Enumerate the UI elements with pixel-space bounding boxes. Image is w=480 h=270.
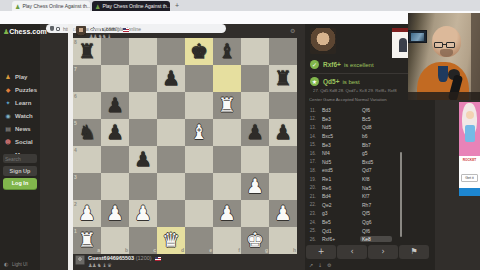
white-move[interactable]: Bd3 (320, 107, 352, 113)
file-label: e (209, 247, 212, 253)
rank-label: 4 (74, 147, 77, 153)
light-ui-icon: ◐ (4, 261, 10, 267)
goatee (440, 49, 453, 57)
black-move[interactable]: Rh7 (360, 202, 392, 208)
square-d4[interactable] (157, 146, 185, 173)
move-row-17: 17.Nd5Bxd5 (305, 158, 405, 167)
chesscom-favicon: ♟ (15, 3, 20, 10)
login-button[interactable]: Log In (3, 178, 37, 189)
square-e8[interactable]: ♚ (185, 38, 213, 65)
square-h3[interactable] (269, 173, 297, 200)
white-bishop[interactable]: ♝ (185, 119, 213, 146)
square-a1[interactable]: 1a♜ (73, 227, 101, 254)
new-tab-button[interactable]: + (175, 2, 179, 9)
new-game-plus-button[interactable]: + (306, 245, 336, 259)
move-number: 14. (305, 134, 316, 139)
square-c5[interactable] (129, 119, 157, 146)
rank-label: 7 (74, 66, 77, 72)
square-c8[interactable] (129, 38, 157, 65)
white-pawn[interactable]: ♟ (129, 200, 157, 227)
doorway-shadow (471, 13, 480, 100)
black-move[interactable]: Qf5 (360, 210, 392, 216)
white-rook[interactable]: ♜ (73, 227, 101, 254)
square-d6[interactable] (157, 92, 185, 119)
puzzles-icon: ◆ (4, 86, 12, 93)
white-move[interactable]: Nd5 (320, 159, 352, 165)
square-d7[interactable]: ♟ (157, 65, 185, 92)
ad-blue-bar[interactable] (459, 188, 480, 196)
square-e3[interactable] (185, 173, 213, 200)
square-h4[interactable] (269, 146, 297, 173)
square-f1[interactable]: f (213, 227, 241, 254)
ad-banner[interactable]: ROCKET Get it (459, 102, 480, 196)
white-pawn[interactable]: ♟ (269, 200, 297, 227)
feedback-verdict: is best (342, 79, 359, 85)
square-a2[interactable]: 2♟ (73, 200, 101, 227)
move-number: 20. (305, 185, 316, 190)
move-number: 22. (305, 202, 316, 207)
shield-icon[interactable] (50, 26, 54, 31)
move-row-12: 12.Be3Bc5 (305, 115, 405, 124)
lock-icon (56, 27, 60, 31)
black-rook[interactable]: ♜ (269, 65, 297, 92)
black-move[interactable]: g5 (360, 150, 392, 156)
move-list-scrollbar[interactable] (400, 152, 402, 237)
sidebar-footer-light-ui[interactable]: ◐Light UI (4, 260, 40, 268)
white-move[interactable]: Nf4 (320, 150, 352, 156)
top-player-name[interactable]: Sven (1200) (89, 26, 129, 32)
square-c7[interactable] (129, 65, 157, 92)
square-h7[interactable]: ♜ (269, 65, 297, 92)
square-b8[interactable] (101, 38, 129, 65)
streamer-webcam (408, 13, 480, 100)
learn-icon: ✦ (4, 99, 12, 106)
black-move[interactable]: Qf6 (360, 228, 392, 234)
square-a5[interactable]: 5♞ (73, 119, 101, 146)
black-knight[interactable]: ♞ (73, 119, 101, 146)
square-h8[interactable] (269, 38, 297, 65)
square-e7[interactable] (185, 65, 213, 92)
rank-label: 6 (74, 93, 77, 99)
black-bishop[interactable]: ♝ (213, 38, 241, 65)
square-h2[interactable]: ♟ (269, 200, 297, 227)
square-c6[interactable] (129, 92, 157, 119)
us-flag-icon (155, 257, 161, 261)
move-row-25: 25.Qd1Qf6 (305, 226, 405, 235)
sidebar-item-social[interactable]: ☻Social (0, 135, 40, 148)
tab-title: Play Chess Online Against th... (22, 3, 90, 9)
file-label: c (153, 247, 156, 253)
share-icon[interactable]: ↗ (309, 262, 313, 268)
square-f7[interactable] (213, 65, 241, 92)
square-d8[interactable] (157, 38, 185, 65)
square-c1[interactable]: c (129, 227, 157, 254)
black-move[interactable]: Qf6 (360, 107, 392, 113)
white-move[interactable]: Be3 (320, 116, 352, 122)
move-row-24: 24.Be5Qg6 (305, 218, 405, 227)
sidebar-item-news[interactable]: ▤News (0, 122, 40, 135)
move-row-23: 23.g3Qf5 (305, 209, 405, 218)
file-label: h (293, 247, 296, 253)
square-b3[interactable] (101, 173, 129, 200)
chesscom-favicon: ♟ (95, 3, 100, 10)
white-pawn[interactable]: ♟ (101, 200, 129, 227)
square-b5[interactable]: ♟ (101, 119, 129, 146)
move-number: 17. (305, 159, 316, 164)
signup-button[interactable]: Sign Up (3, 166, 37, 176)
white-move[interactable]: Nd5 (320, 124, 352, 130)
glasses-left-lens (434, 42, 443, 48)
ad-brand-text: ROCKET (459, 158, 480, 162)
screenshot-root: { "game": "chess", "position": "r3kb2/3p… (0, 0, 480, 270)
white-move[interactable]: Be3 (320, 142, 352, 148)
move-row-18: 18.exd5Qd7 (305, 166, 405, 175)
white-move[interactable]: Qe2 (320, 202, 352, 208)
search-input[interactable] (3, 154, 37, 163)
move-number: 26. (305, 237, 316, 242)
sidebar-item-learn[interactable]: ✦Learn (0, 96, 40, 109)
board-settings-gear-icon[interactable]: ⚙ (290, 27, 295, 34)
black-move[interactable]: Bxd5 (360, 159, 392, 165)
square-g3[interactable]: ♟ (241, 173, 269, 200)
white-move[interactable]: Bd4 (320, 193, 352, 199)
sidebar-item-label: News (15, 126, 31, 132)
sidebar-item-label: Social (15, 139, 33, 145)
chess-board: 8♜♚♝7♟♜6♟♜5♞♟♝♟♟4♟3♟2♟♟♟♟♟1a♜bcd♛efg♚h (73, 38, 297, 254)
black-move[interactable]: Kf8 (360, 176, 392, 182)
square-a7[interactable]: 7 (73, 65, 101, 92)
social-icon: ☻ (4, 138, 12, 145)
black-pawn[interactable]: ♟ (101, 92, 129, 119)
square-b7[interactable] (101, 65, 129, 92)
white-pawn[interactable]: ♟ (241, 173, 269, 200)
bottom-player-name[interactable]: Guest6946965503 (1200) (88, 255, 161, 261)
coach-avatar (310, 28, 336, 54)
black-move[interactable]: Qd7 (360, 167, 392, 173)
square-g5[interactable]: ♟ (241, 119, 269, 146)
move-row-19: 19.Re1Kf8 (305, 175, 405, 184)
move-number: 15. (305, 142, 316, 147)
sidebar-item-puzzles[interactable]: ◆Puzzles (0, 83, 40, 96)
move-number: 19. (305, 177, 316, 182)
tv-screen (408, 30, 427, 43)
glasses-right-lens (446, 42, 455, 48)
square-d1[interactable]: d♛ (157, 227, 185, 254)
feedback-verdict: is excellent (344, 62, 374, 68)
chesscom-sidebar: ♟Chess.com ♟Play◆Puzzles✦Learn◉Watch▤New… (0, 24, 40, 270)
white-move[interactable]: Qd1 (320, 228, 352, 234)
black-king[interactable]: ♚ (185, 38, 213, 65)
black-move[interactable]: Ke8 (360, 236, 392, 242)
sidebar-item-label: Puzzles (15, 87, 37, 93)
black-move[interactable]: Bc5 (360, 116, 392, 122)
square-g2[interactable] (241, 200, 269, 227)
square-f6[interactable]: ♜ (213, 92, 241, 119)
sidebar-item-play[interactable]: ♟Play (0, 70, 40, 83)
white-move[interactable]: exd5 (320, 167, 352, 173)
square-e6[interactable] (185, 92, 213, 119)
bottom-player-captured-pieces: ♟♟ ♞ ♝ ♛ (88, 262, 111, 268)
feedback-move: Rxf6+ (323, 61, 341, 68)
move-row-13: 13.Nd5Qd8 (305, 123, 405, 132)
black-pawn[interactable]: ♟ (241, 119, 269, 146)
move-number: 16. (305, 151, 316, 156)
square-a4[interactable]: 4 (73, 146, 101, 173)
square-g1[interactable]: g♚ (241, 227, 269, 254)
move-list: 11.Bd3Qf612.Be3Bc513.Nd5Qd814.Bxc5b615.B… (305, 106, 405, 244)
square-g8[interactable] (241, 38, 269, 65)
move-forward-button[interactable]: › (368, 245, 398, 259)
top-player-rating: (1200) (104, 26, 120, 32)
white-pawn[interactable]: ♟ (213, 200, 241, 227)
move-number: 12. (305, 116, 316, 121)
black-rook[interactable]: ♜ (73, 38, 101, 65)
square-f4[interactable] (213, 146, 241, 173)
game-controls-toolbar: + ‹ › ⚑ (306, 245, 434, 259)
black-move[interactable]: Qd8 (360, 124, 392, 130)
square-f2[interactable]: ♟ (213, 200, 241, 227)
ad-character-face (466, 111, 474, 119)
black-pawn[interactable]: ♟ (269, 119, 297, 146)
move-row-14: 14.Bxc5b6 (305, 132, 405, 141)
white-move[interactable]: g3 (320, 210, 352, 216)
square-g4[interactable] (241, 146, 269, 173)
white-move[interactable]: Bxc5 (320, 133, 352, 139)
square-e2[interactable] (185, 200, 213, 227)
browser-tab-2-active[interactable]: ♟ Play Chess Online Against th... × (92, 1, 170, 11)
browser-tab-1[interactable]: ♟ Play Chess Online Against th... × (12, 1, 90, 11)
square-h6[interactable] (269, 92, 297, 119)
download-icon[interactable]: ↓ (318, 262, 322, 268)
move-row-15: 15.Be3Bb7 (305, 140, 405, 149)
move-number: 11. (305, 108, 316, 113)
move-number: 21. (305, 194, 316, 199)
square-g6[interactable] (241, 92, 269, 119)
ad-image (459, 102, 480, 156)
square-a6[interactable]: 6 (73, 92, 101, 119)
chesscom-logo[interactable]: ♟Chess.com (3, 28, 47, 36)
tab-title: Play Chess Online Against th... (102, 3, 170, 9)
avatar-top-player[interactable] (76, 26, 86, 36)
move-row-22: 22.Qe2Rh7 (305, 201, 405, 210)
excellent-check-icon: ✓ (310, 60, 319, 69)
ad-character-outfit (465, 125, 475, 142)
black-move[interactable]: Kf7 (360, 193, 392, 199)
square-a3[interactable]: 3 (73, 173, 101, 200)
move-row-16: 16.Nf4g5 (305, 149, 405, 158)
sidebar-item-label: Learn (15, 100, 31, 106)
us-flag-icon (123, 28, 129, 32)
square-b6[interactable]: ♟ (101, 92, 129, 119)
square-g7[interactable] (241, 65, 269, 92)
white-rook[interactable]: ♜ (213, 92, 241, 119)
url-field[interactable]: https://www.chess.com/play/online (46, 24, 226, 33)
glasses-bridge (442, 44, 447, 45)
square-f8[interactable]: ♝ (213, 38, 241, 65)
settings-icon[interactable]: ⚙ (327, 262, 331, 268)
black-move[interactable]: Qg6 (360, 219, 392, 225)
move-number: 13. (305, 125, 316, 130)
play-icon: ♟ (4, 73, 12, 80)
square-b4[interactable] (101, 146, 129, 173)
bottom-player-rating: (1200) (136, 255, 152, 261)
desk-shadow (408, 92, 480, 100)
black-move[interactable]: Bb7 (360, 142, 392, 148)
black-move[interactable]: Na5 (360, 185, 392, 191)
square-e5[interactable]: ♝ (185, 119, 213, 146)
streamer-head (432, 26, 461, 57)
best-star-icon: ★ (310, 77, 319, 86)
square-c2[interactable]: ♟ (129, 200, 157, 227)
avatar-bottom-player[interactable] (75, 255, 85, 265)
black-pawn[interactable]: ♟ (157, 65, 185, 92)
move-row-11: 11.Bd3Qf6 (305, 106, 405, 115)
square-c3[interactable] (129, 173, 157, 200)
square-h5[interactable]: ♟ (269, 119, 297, 146)
file-label: f (238, 247, 240, 253)
move-back-button[interactable]: ‹ (337, 245, 367, 259)
sidebar-item-label: Play (15, 74, 27, 80)
square-d3[interactable] (157, 173, 185, 200)
white-move[interactable]: Be5 (320, 219, 352, 225)
square-h1[interactable]: h (269, 227, 297, 254)
white-move[interactable]: Re6 (320, 185, 352, 191)
square-f5[interactable] (213, 119, 241, 146)
white-move[interactable]: Re1 (320, 176, 352, 182)
ad-get-it-button[interactable]: Get it (461, 174, 478, 182)
black-move[interactable]: b6 (360, 133, 392, 139)
square-e4[interactable] (185, 146, 213, 173)
move-number: 18. (305, 168, 316, 173)
rank-label: 3 (74, 174, 77, 180)
square-c4[interactable]: ♟ (129, 146, 157, 173)
move-row-21: 21.Bd4Kf7 (305, 192, 405, 201)
resign-flag-button[interactable]: ⚑ (399, 245, 429, 259)
square-a8[interactable]: 8♜ (73, 38, 101, 65)
file-label: b (125, 247, 128, 253)
square-b1[interactable]: b (101, 227, 129, 254)
black-pawn[interactable]: ♟ (101, 119, 129, 146)
black-pawn[interactable]: ♟ (129, 146, 157, 173)
watch-icon: ◉ (4, 112, 12, 119)
news-icon: ▤ (4, 125, 12, 132)
white-king[interactable]: ♚ (241, 227, 269, 254)
move-number: 24. (305, 220, 316, 225)
square-f3[interactable] (213, 173, 241, 200)
move-row-20: 20.Re6Na5 (305, 183, 405, 192)
white-pawn[interactable]: ♟ (73, 200, 101, 227)
move-number: 25. (305, 228, 316, 233)
square-d2[interactable] (157, 200, 185, 227)
browser-tab-strip: ♟ Play Chess Online Against th... × ♟ Pl… (0, 0, 480, 11)
move-number: 23. (305, 211, 316, 216)
sidebar-item-watch[interactable]: ◉Watch (0, 109, 40, 122)
white-queen[interactable]: ♛ (157, 227, 185, 254)
white-move[interactable]: Rxf6+ (320, 236, 352, 242)
sidebar-item-label: Watch (15, 113, 33, 119)
square-b2[interactable]: ♟ (101, 200, 129, 227)
feedback-move: Qd5+ (323, 78, 339, 85)
square-e1[interactable]: e (185, 227, 213, 254)
square-d5[interactable] (157, 119, 185, 146)
move-row-26: 26.Rxf6+Ke8 (305, 235, 405, 244)
